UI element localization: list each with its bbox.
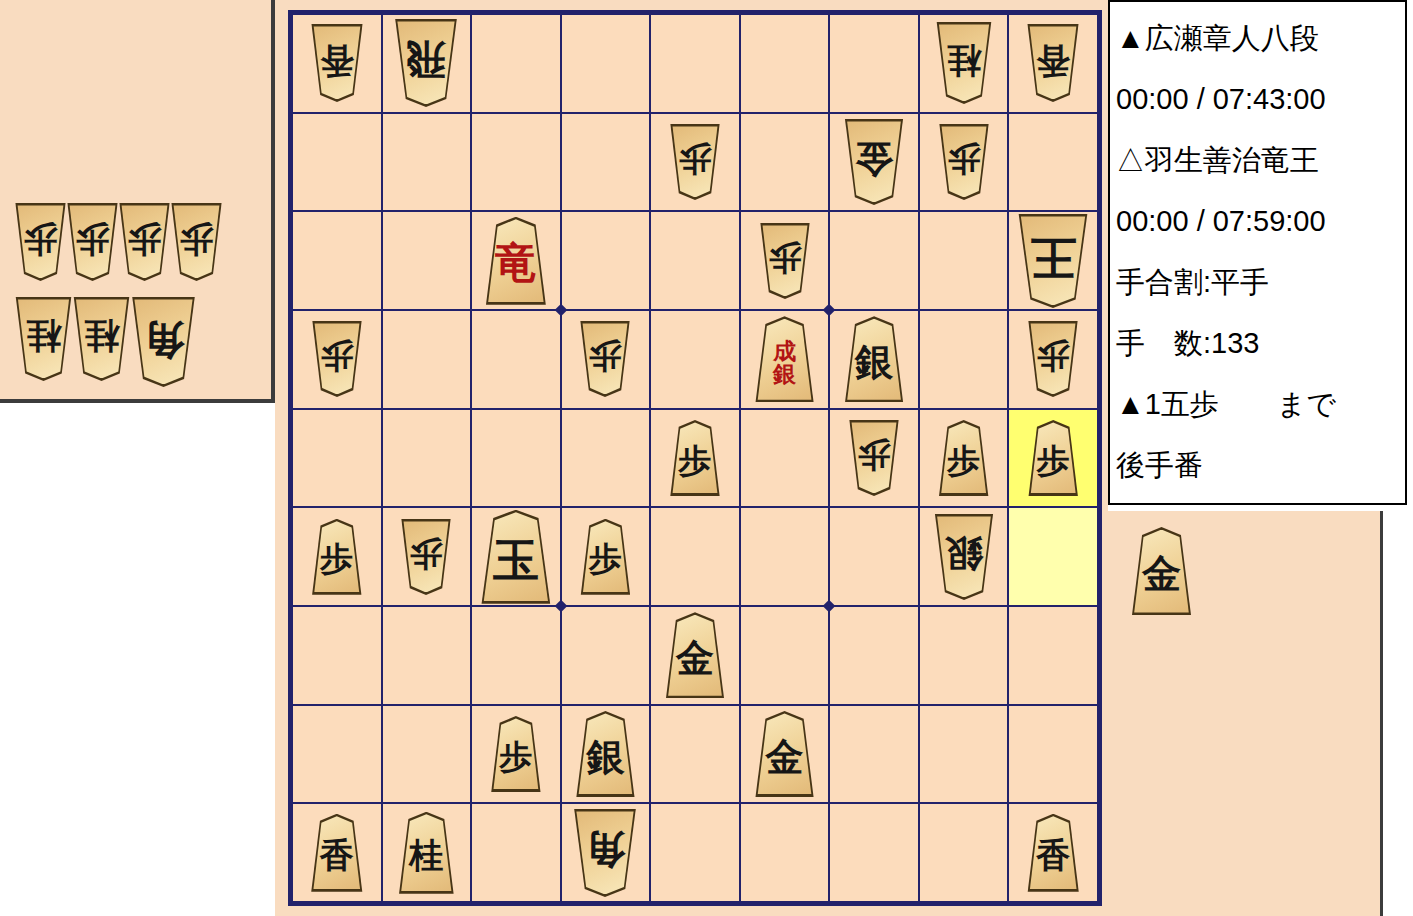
piece-kanji: 金 (1128, 527, 1195, 615)
cell-f9-r4-9四[interactable]: 歩 (292, 310, 382, 409)
sente-clock: 00:00 / 07:43:00 (1116, 69, 1405, 130)
piece-gote-香[interactable]: 香 (308, 24, 366, 102)
cell-f7-r3-7三[interactable]: 竜 (471, 211, 561, 310)
cell-f3-r6-3六[interactable] (829, 507, 919, 606)
cell-f6-r2-6二[interactable] (561, 113, 651, 212)
piece-kanji: 歩 (846, 420, 902, 496)
piece-kanji: 歩 (577, 519, 633, 595)
cell-f9-r3-9三[interactable] (292, 211, 382, 310)
cell-f4-r6-4六[interactable] (740, 507, 830, 606)
piece-sente-歩[interactable]: 歩 (488, 716, 544, 792)
piece-sente-歩[interactable]: 歩 (577, 519, 633, 595)
piece-sente-玉[interactable]: 玉 (477, 510, 555, 604)
piece-kanji: 桂 (933, 22, 995, 104)
piece-kanji: 銀 (841, 316, 907, 402)
cell-f2-r5-2五[interactable]: 歩 (919, 409, 1009, 508)
cell-f6-r5-6五[interactable] (561, 409, 651, 508)
cell-f6-r8-6八[interactable]: 銀 (561, 705, 651, 804)
cell-f1-r8-1八[interactable] (1008, 705, 1098, 804)
cell-f4-r3-4三[interactable]: 歩 (740, 211, 830, 310)
cell-f4-r1-4一[interactable] (740, 14, 830, 113)
piece-sente-金[interactable]: 金 (662, 612, 728, 698)
piece-sente-銀[interactable]: 銀 (572, 711, 638, 797)
cell-f2-r9-2九[interactable] (919, 803, 1009, 902)
piece-gote-王[interactable]: 王 (1014, 214, 1092, 308)
piece-gote-歩[interactable]: 歩 (936, 124, 992, 200)
cell-f5-r1-5一[interactable] (650, 14, 740, 113)
cell-f5-r7-5七[interactable]: 金 (650, 606, 740, 705)
piece-sente-香[interactable]: 香 (1024, 814, 1082, 892)
handicap-line: 手合割:平手 (1116, 252, 1405, 313)
piece-gote-歩[interactable]: 歩 (757, 223, 813, 299)
piece-gote-角[interactable]: 角 (570, 809, 640, 897)
cell-f8-r7-8七[interactable] (382, 606, 472, 705)
piece-gote-歩[interactable]: 歩 (12, 203, 69, 281)
cell-f1-r4-1四[interactable]: 歩 (1008, 310, 1098, 409)
piece-gote-銀[interactable]: 銀 (931, 514, 997, 600)
piece-kanji: 歩 (488, 716, 544, 792)
cell-f4-r8-4八[interactable]: 金 (740, 705, 830, 804)
piece-kanji: 歩 (309, 321, 365, 397)
cell-f8-r3-8三[interactable] (382, 211, 472, 310)
piece-kanji: 歩 (398, 519, 454, 595)
hand-row: 歩歩歩歩 (12, 203, 220, 281)
cell-f3-r8-3八[interactable] (829, 705, 919, 804)
piece-kanji: 香 (308, 24, 366, 102)
cell-f6-r3-6三[interactable] (561, 211, 651, 310)
piece-sente-竜[interactable]: 竜 (482, 217, 550, 305)
piece-kanji: 王 (1014, 214, 1092, 308)
screenshot-root: { "game": "shogi", "players": { "sente":… (0, 0, 1413, 916)
gote-hand-pieces: 歩歩歩歩桂桂角 (12, 203, 220, 403)
piece-kanji: 角 (128, 297, 199, 387)
piece-sente-銀[interactable]: 銀 (841, 316, 907, 402)
piece-kanji: 金 (752, 711, 818, 797)
piece-kanji: 歩 (667, 420, 723, 496)
piece-gote-歩[interactable]: 歩 (116, 203, 173, 281)
cell-f1-r1-1一[interactable]: 香 (1008, 14, 1098, 113)
piece-kanji: 歩 (936, 124, 992, 200)
piece-kanji: 香 (1024, 24, 1082, 102)
cell-f1-r6-1六[interactable] (1008, 507, 1098, 606)
piece-sente-桂[interactable]: 桂 (395, 812, 457, 894)
piece-kanji: 歩 (116, 203, 173, 281)
cell-f3-r4-3四[interactable]: 銀 (829, 310, 919, 409)
piece-kanji: 歩 (757, 223, 813, 299)
cell-f7-r6-7六[interactable]: 玉 (471, 507, 561, 606)
cell-f5-r4-5四[interactable] (650, 310, 740, 409)
piece-gote-歩[interactable]: 歩 (398, 519, 454, 595)
piece-gote-桂[interactable]: 桂 (70, 297, 133, 381)
piece-kanji: 歩 (577, 321, 633, 397)
piece-kanji: 成銀 (752, 316, 818, 402)
piece-gote-飛[interactable]: 飛 (391, 19, 461, 107)
piece-gote-歩[interactable]: 歩 (309, 321, 365, 397)
cell-f5-r2-5二[interactable]: 歩 (650, 113, 740, 212)
piece-kanji: 香 (308, 814, 366, 892)
piece-kanji: 香 (1024, 814, 1082, 892)
piece-sente-歩[interactable]: 歩 (309, 519, 365, 595)
sente-hand-pieces: 金 (1128, 527, 1190, 631)
cell-f3-r1-3一[interactable] (829, 14, 919, 113)
sente-captured-tray: 金 (1108, 511, 1383, 916)
cell-f4-r4-4四[interactable]: 成銀 (740, 310, 830, 409)
cell-f3-r9-3九[interactable] (829, 803, 919, 902)
cell-f8-r4-8四[interactable] (382, 310, 472, 409)
cell-f5-r3-5三[interactable] (650, 211, 740, 310)
gote-player-name: △羽生善治竜王 (1116, 130, 1405, 191)
cell-f8-r8-8八[interactable] (382, 705, 472, 804)
cell-f2-r3-2三[interactable] (919, 211, 1009, 310)
cell-f5-r6-5六[interactable] (650, 507, 740, 606)
cell-f7-r1-7一[interactable] (471, 14, 561, 113)
cell-f7-r2-7二[interactable] (471, 113, 561, 212)
cell-f1-r7-1七[interactable] (1008, 606, 1098, 705)
cell-f7-r8-7八[interactable]: 歩 (471, 705, 561, 804)
piece-sente-金[interactable]: 金 (1128, 527, 1195, 615)
cell-f4-r9-4九[interactable] (740, 803, 830, 902)
piece-sente-金[interactable]: 金 (752, 711, 818, 797)
cell-f3-r2-3二[interactable]: 金 (829, 113, 919, 212)
cell-f8-r2-8二[interactable] (382, 113, 472, 212)
last-move-line: ▲1五歩 まで (1116, 374, 1405, 435)
cell-f6-r4-6四[interactable]: 歩 (561, 310, 651, 409)
cell-f7-r4-7四[interactable] (471, 310, 561, 409)
piece-kanji: 銀 (931, 514, 997, 600)
cell-f8-r1-8一[interactable]: 飛 (382, 14, 472, 113)
cell-f7-r7-7七[interactable] (471, 606, 561, 705)
piece-gote-金[interactable]: 金 (841, 119, 907, 205)
board-background: 香飛桂香歩金歩竜歩王歩歩成銀銀歩歩歩歩歩歩歩玉歩銀金歩銀金香桂角香 (275, 0, 1108, 916)
piece-gote-歩[interactable]: 歩 (577, 321, 633, 397)
cell-f6-r7-6七[interactable] (561, 606, 651, 705)
piece-gote-歩[interactable]: 歩 (168, 203, 225, 281)
cell-f7-r9-7九[interactable] (471, 803, 561, 902)
piece-kanji: 桂 (12, 297, 75, 381)
cell-f1-r3-1三[interactable]: 王 (1008, 211, 1098, 310)
cell-f4-r7-4七[interactable] (740, 606, 830, 705)
gote-clock: 00:00 / 07:59:00 (1116, 191, 1405, 252)
piece-kanji: 歩 (12, 203, 69, 281)
cell-f3-r3-3三[interactable] (829, 211, 919, 310)
piece-kanji: 歩 (936, 420, 992, 496)
cell-f6-r9-6九[interactable]: 角 (561, 803, 651, 902)
cell-f6-r1-6一[interactable] (561, 14, 651, 113)
piece-kanji: 角 (570, 809, 640, 897)
turn-indicator: 後手番 (1116, 435, 1405, 496)
cell-f2-r8-2八[interactable] (919, 705, 1009, 804)
cell-f2-r6-2六[interactable]: 銀 (919, 507, 1009, 606)
piece-kanji: 桂 (395, 812, 457, 894)
piece-kanji: 飛 (391, 19, 461, 107)
shogi-board: 香飛桂香歩金歩竜歩王歩歩成銀銀歩歩歩歩歩歩歩玉歩銀金歩銀金香桂角香 (288, 10, 1102, 906)
game-info-panel: ▲広瀬章人八段 00:00 / 07:43:00 △羽生善治竜王 00:00 /… (1108, 0, 1407, 505)
cell-f4-r2-4二[interactable] (740, 113, 830, 212)
piece-gote-桂[interactable]: 桂 (12, 297, 75, 381)
cell-f5-r9-5九[interactable] (650, 803, 740, 902)
piece-sente-歩[interactable]: 歩 (936, 420, 992, 496)
piece-sente-成銀[interactable]: 成銀 (752, 316, 818, 402)
cell-f5-r5-5五[interactable]: 歩 (650, 409, 740, 508)
cell-f1-r5-1五[interactable]: 歩 (1008, 409, 1098, 508)
cell-f9-r5-9五[interactable] (292, 409, 382, 508)
cell-f8-r6-8六[interactable]: 歩 (382, 507, 472, 606)
cell-f9-r8-9八[interactable] (292, 705, 382, 804)
cell-f9-r9-9九[interactable]: 香 (292, 803, 382, 902)
cell-f7-r5-7五[interactable] (471, 409, 561, 508)
cell-f5-r8-5八[interactable] (650, 705, 740, 804)
cell-f1-r9-1九[interactable]: 香 (1008, 803, 1098, 902)
cell-f4-r5-4五[interactable] (740, 409, 830, 508)
gote-captured-tray: 歩歩歩歩桂桂角 (0, 0, 275, 403)
cell-f9-r6-9六[interactable]: 歩 (292, 507, 382, 606)
cell-f3-r5-3五[interactable]: 歩 (829, 409, 919, 508)
hand-row: 金 (1128, 527, 1190, 615)
piece-kanji: 竜 (482, 217, 550, 305)
cell-f8-r5-8五[interactable] (382, 409, 472, 508)
piece-sente-歩[interactable]: 歩 (1025, 420, 1081, 496)
cell-f2-r4-2四[interactable] (919, 310, 1009, 409)
sente-player-name: ▲広瀬章人八段 (1116, 8, 1405, 69)
piece-kanji: 歩 (168, 203, 225, 281)
piece-sente-香[interactable]: 香 (308, 814, 366, 892)
piece-gote-歩[interactable]: 歩 (1025, 321, 1081, 397)
piece-gote-歩[interactable]: 歩 (846, 420, 902, 496)
piece-gote-桂[interactable]: 桂 (933, 22, 995, 104)
cell-f2-r2-2二[interactable]: 歩 (919, 113, 1009, 212)
cell-f2-r1-2一[interactable]: 桂 (919, 14, 1009, 113)
piece-kanji: 金 (662, 612, 728, 698)
piece-gote-歩[interactable]: 歩 (667, 124, 723, 200)
move-count-line: 手 数:133 (1116, 313, 1405, 374)
piece-gote-角[interactable]: 角 (128, 297, 199, 387)
piece-kanji: 銀 (572, 711, 638, 797)
cell-f2-r7-2七[interactable] (919, 606, 1009, 705)
piece-gote-香[interactable]: 香 (1024, 24, 1082, 102)
cell-f9-r7-9七[interactable] (292, 606, 382, 705)
cell-f3-r7-3七[interactable] (829, 606, 919, 705)
piece-sente-歩[interactable]: 歩 (667, 420, 723, 496)
piece-kanji: 玉 (477, 510, 555, 604)
piece-kanji: 歩 (1025, 420, 1081, 496)
piece-kanji: 歩 (667, 124, 723, 200)
piece-gote-歩[interactable]: 歩 (64, 203, 121, 281)
piece-kanji: 桂 (70, 297, 133, 381)
cell-f9-r2-9二[interactable] (292, 113, 382, 212)
piece-kanji: 歩 (64, 203, 121, 281)
piece-kanji: 歩 (1025, 321, 1081, 397)
piece-kanji: 歩 (309, 519, 365, 595)
piece-kanji: 金 (841, 119, 907, 205)
cell-f9-r1-9一[interactable]: 香 (292, 14, 382, 113)
hand-row: 桂桂角 (12, 297, 220, 387)
cell-f1-r2-1二[interactable] (1008, 113, 1098, 212)
cell-f6-r6-6六[interactable]: 歩 (561, 507, 651, 606)
cell-f8-r9-8九[interactable]: 桂 (382, 803, 472, 902)
